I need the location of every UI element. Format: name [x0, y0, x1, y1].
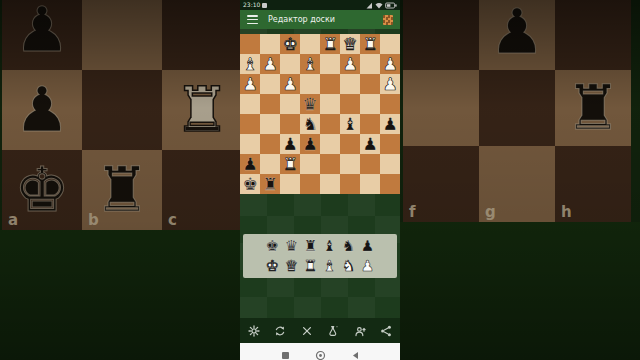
square-d7[interactable]: ♝ [300, 54, 320, 74]
bg-piece-black-p: ♟ [14, 79, 70, 141]
bg-square [479, 70, 555, 146]
square-c1[interactable] [280, 174, 300, 194]
bg-coordinate: b [88, 213, 99, 228]
square-a5[interactable] [240, 94, 260, 114]
square-e3[interactable] [320, 134, 340, 154]
bg-piece-black-k: ♚ [14, 159, 70, 221]
square-e8[interactable]: ♜ [320, 34, 340, 54]
bg-piece-white-r: ♜ [174, 79, 230, 141]
square-a2[interactable]: ♟ [240, 154, 260, 174]
android-nav-bar [240, 343, 400, 360]
piece-white-p-a6[interactable]: ♟ [242, 74, 257, 94]
tray-piece-black-n[interactable]: ♞ [341, 239, 357, 254]
battery-icon [385, 2, 397, 9]
square-a1[interactable]: ♚ [240, 174, 260, 194]
bg-square: ♟ [479, 0, 555, 70]
square-b8[interactable] [260, 34, 280, 54]
square-e7[interactable] [320, 54, 340, 74]
square-g8[interactable]: ♜ [360, 34, 380, 54]
piece-white-r-g8[interactable]: ♜ [362, 34, 377, 54]
bg-piece-black-r: ♜ [565, 77, 621, 139]
square-e1[interactable] [320, 174, 340, 194]
square-e5[interactable] [320, 94, 340, 114]
piece-white-p-h6[interactable]: ♟ [382, 74, 397, 94]
bg-square [555, 0, 631, 70]
square-f6[interactable] [340, 74, 360, 94]
piece-black-k-a1[interactable]: ♚ [242, 174, 257, 194]
piece-black-p-c3[interactable]: ♟ [282, 134, 297, 154]
square-f7[interactable]: ♟ [340, 54, 360, 74]
square-h1[interactable] [380, 174, 400, 194]
bg-square [82, 0, 162, 70]
background-green-right [400, 222, 640, 360]
tray-piece-black-r[interactable]: ♜ [303, 239, 319, 254]
square-h5[interactable] [380, 94, 400, 114]
square-a3[interactable] [240, 134, 260, 154]
square-h3[interactable] [380, 134, 400, 154]
tray-piece-white-q[interactable]: ♛ [284, 259, 300, 274]
bg-square: ♟ [2, 70, 82, 150]
black-piece-tray: ♚♛♜♝♞♟ [243, 236, 397, 256]
piece-white-r-e8[interactable]: ♜ [322, 34, 337, 54]
square-c7[interactable] [280, 54, 300, 74]
white-piece-tray: ♚♛♜♝♞♟ [243, 256, 397, 276]
bg-square [403, 70, 479, 146]
tray-piece-black-b[interactable]: ♝ [322, 239, 338, 254]
square-d2[interactable] [300, 154, 320, 174]
square-b5[interactable] [260, 94, 280, 114]
square-f3[interactable] [340, 134, 360, 154]
square-b3[interactable] [260, 134, 280, 154]
bg-square: ♜ [162, 70, 240, 150]
phone-screenshot: 23:10 Редактор доски [240, 0, 400, 360]
piece-white-p-f7[interactable]: ♟ [342, 54, 357, 74]
tray-piece-white-p[interactable]: ♟ [360, 259, 376, 274]
piece-white-b-a7[interactable]: ♝ [242, 54, 257, 74]
bg-piece-black-p: ♟ [489, 1, 545, 63]
bg-square: g [479, 146, 555, 222]
square-a6[interactable]: ♟ [240, 74, 260, 94]
square-d8[interactable] [300, 34, 320, 54]
bg-square [162, 0, 240, 70]
square-h8[interactable] [380, 34, 400, 54]
recents-button[interactable] [280, 346, 291, 357]
background-green-left [0, 230, 240, 360]
square-f4[interactable]: ♝ [340, 114, 360, 134]
piece-black-p-a2[interactable]: ♟ [242, 154, 257, 174]
square-a4[interactable] [240, 114, 260, 134]
square-c5[interactable] [280, 94, 300, 114]
wifi-icon [375, 2, 383, 9]
square-f5[interactable] [340, 94, 360, 114]
piece-black-p-g3[interactable]: ♟ [362, 134, 377, 154]
check-position-icon[interactable] [327, 325, 339, 337]
square-g4[interactable] [360, 114, 380, 134]
square-d1[interactable] [300, 174, 320, 194]
square-d3[interactable]: ♟ [300, 134, 320, 154]
tray-piece-white-b[interactable]: ♝ [322, 259, 338, 274]
board-theme-icon[interactable] [383, 15, 393, 25]
piece-white-b-d7[interactable]: ♝ [302, 54, 317, 74]
piece-white-p-h7[interactable]: ♟ [382, 54, 397, 74]
chess-board: ♚♜♛♜♝♟♝♟♟♟♟♟♛♞♝♟♟♟♟♟♜♚♜ [240, 34, 400, 194]
bg-square [82, 70, 162, 150]
settings-icon[interactable] [248, 325, 260, 337]
square-h4[interactable]: ♟ [380, 114, 400, 134]
square-c2[interactable]: ♜ [280, 154, 300, 174]
bg-coordinate: h [561, 205, 572, 220]
square-h6[interactable]: ♟ [380, 74, 400, 94]
square-g5[interactable] [360, 94, 380, 114]
square-g6[interactable] [360, 74, 380, 94]
square-h7[interactable]: ♟ [380, 54, 400, 74]
piece-white-q-f8[interactable]: ♛ [342, 34, 357, 54]
square-f2[interactable] [340, 154, 360, 174]
share-icon[interactable] [380, 325, 392, 337]
status-bar: 23:10 [240, 0, 400, 10]
notification-icon [262, 3, 267, 8]
home-button[interactable] [315, 346, 326, 357]
upload-icon[interactable] [354, 325, 366, 337]
bg-coordinate: g [485, 205, 496, 220]
square-b7[interactable]: ♟ [260, 54, 280, 74]
back-button[interactable] [350, 346, 361, 357]
square-f1[interactable] [340, 174, 360, 194]
bg-square: ♜ [555, 70, 631, 146]
piece-white-k-c8[interactable]: ♚ [282, 34, 297, 54]
square-b2[interactable] [260, 154, 280, 174]
piece-black-p-h4[interactable]: ♟ [382, 114, 397, 134]
swap-colors-icon[interactable] [274, 325, 286, 337]
bg-coordinate: f [409, 205, 416, 220]
bg-square: b♜ [82, 150, 162, 230]
page-title: Редактор доски [268, 15, 383, 24]
bg-square: h [555, 146, 631, 222]
editor-toolbar [240, 318, 400, 343]
square-b4[interactable] [260, 114, 280, 134]
tray-piece-white-k[interactable]: ♚ [265, 259, 281, 274]
bg-coordinate: a [8, 213, 18, 228]
square-f8[interactable]: ♛ [340, 34, 360, 54]
square-g2[interactable] [360, 154, 380, 174]
hamburger-menu-icon[interactable] [247, 15, 258, 24]
tray-piece-black-p[interactable]: ♟ [360, 239, 376, 254]
bg-piece-black-r: ♜ [94, 159, 150, 221]
square-c8[interactable]: ♚ [280, 34, 300, 54]
square-b1[interactable]: ♜ [260, 174, 280, 194]
clock: 23:10 [243, 2, 260, 8]
bg-square: c [162, 150, 240, 230]
bg-square: ♟ [2, 0, 82, 70]
piece-black-r-b1[interactable]: ♜ [262, 174, 277, 194]
square-e2[interactable] [320, 154, 340, 174]
bg-piece-black-p: ♟ [14, 0, 70, 61]
app-bar: Редактор доски [240, 10, 400, 29]
square-a8[interactable] [240, 34, 260, 54]
square-e6[interactable] [320, 74, 340, 94]
background-board-left: ♟♟♜a♚b♜c [0, 0, 240, 360]
square-c4[interactable] [280, 114, 300, 134]
tray-piece-white-r[interactable]: ♜ [303, 259, 319, 274]
piece-black-b-f4[interactable]: ♝ [342, 114, 357, 134]
square-d6[interactable] [300, 74, 320, 94]
square-d5[interactable]: ♛ [300, 94, 320, 114]
piece-black-q-d5[interactable]: ♛ [302, 94, 317, 114]
piece-white-r-c2[interactable]: ♜ [282, 154, 297, 174]
tray-piece-black-q[interactable]: ♛ [284, 239, 300, 254]
piece-black-n-d4[interactable]: ♞ [302, 114, 317, 134]
square-g1[interactable] [360, 174, 380, 194]
piece-white-p-b7[interactable]: ♟ [262, 54, 277, 74]
square-c3[interactable]: ♟ [280, 134, 300, 154]
signal-icon [366, 2, 373, 9]
piece-tray: ♚♛♜♝♞♟ ♚♛♜♝♞♟ [243, 234, 397, 278]
bg-coordinate: c [168, 213, 177, 228]
background-board-right: ♟♜fgh [400, 0, 640, 360]
tray-piece-black-k[interactable]: ♚ [265, 239, 281, 254]
tray-piece-white-n[interactable]: ♞ [341, 259, 357, 274]
screen: ♟♟♜a♚b♜c ♟♜fgh 23:10 [0, 0, 640, 360]
bg-square [403, 0, 479, 70]
square-h2[interactable] [380, 154, 400, 174]
square-d4[interactable]: ♞ [300, 114, 320, 134]
square-g7[interactable] [360, 54, 380, 74]
clear-board-icon[interactable] [301, 325, 313, 337]
bg-square: a♚ [2, 150, 82, 230]
piece-white-p-c6[interactable]: ♟ [282, 74, 297, 94]
square-g3[interactable]: ♟ [360, 134, 380, 154]
bg-square: f [403, 146, 479, 222]
square-b6[interactable] [260, 74, 280, 94]
square-e4[interactable] [320, 114, 340, 134]
piece-black-p-d3[interactable]: ♟ [302, 134, 317, 154]
square-a7[interactable]: ♝ [240, 54, 260, 74]
square-c6[interactable]: ♟ [280, 74, 300, 94]
